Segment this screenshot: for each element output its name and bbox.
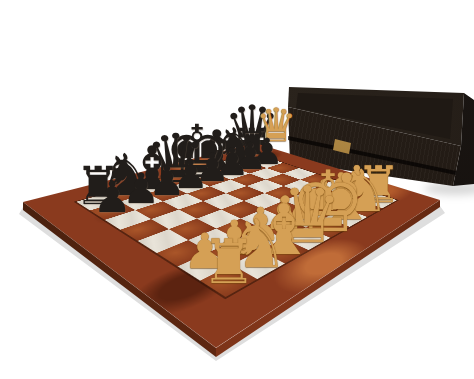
chess-board <box>23 143 440 348</box>
spare-queen-white: ♛ <box>255 102 296 148</box>
board-squares-grid <box>76 153 396 297</box>
product-photo: ♛♛ ♜♞♝♛♚♝♞♜♟♟♟♟♟♟♟♟♟♟♟♟♟♟♟♟♜♞♝♛♚♝♞♜ <box>0 0 474 379</box>
box-shadow <box>424 182 474 195</box>
